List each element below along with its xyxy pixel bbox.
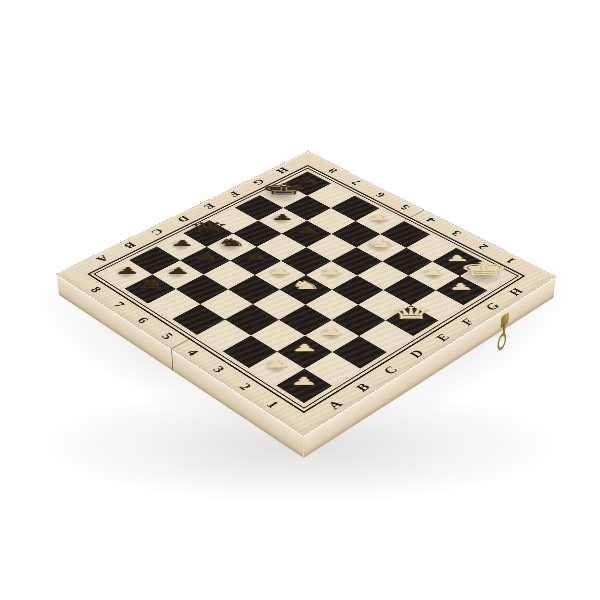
piece-glyph: ♞ bbox=[216, 237, 249, 248]
piece-glyph: ♟ bbox=[243, 253, 269, 262]
folding-chess-board: AABBCCDDEEFFGGHH1122334455667788 ♟♚♛♟♟♞♟… bbox=[57, 151, 556, 435]
piece-glyph: ♞ bbox=[365, 238, 398, 249]
brass-clasp-icon bbox=[495, 310, 512, 352]
piece-glyph: ♟ bbox=[367, 214, 392, 222]
clasp-ring bbox=[497, 331, 507, 353]
piece-glyph: ♟ bbox=[420, 268, 447, 277]
piece-glyph: ♚ bbox=[259, 181, 307, 196]
product-photo-stage: AABBCCDDEEFFGGHH1122334455667788 ♟♚♛♟♟♞♟… bbox=[0, 0, 600, 600]
scene: AABBCCDDEEFFGGHH1122334455667788 ♟♚♛♟♟♞♟… bbox=[0, 0, 600, 600]
chess-grid bbox=[101, 171, 511, 403]
piece-glyph: ♟ bbox=[165, 266, 192, 275]
fold-seam-face-notch bbox=[171, 349, 173, 372]
board-top-surface: AABBCCDDEEFFGGHH1122334455667788 ♟♚♛♟♟♞♟… bbox=[57, 151, 556, 435]
piece-glyph: ♟ bbox=[294, 226, 319, 234]
piece-glyph: ♛ bbox=[186, 220, 231, 234]
piece-glyph: ♟ bbox=[114, 266, 141, 275]
piece-glyph: ♟ bbox=[270, 213, 295, 221]
piece-glyph: ♟ bbox=[192, 253, 218, 262]
piece-glyph: ♟ bbox=[267, 267, 293, 276]
piece-glyph: ♚ bbox=[457, 260, 512, 278]
piece-glyph: ♟ bbox=[319, 267, 345, 276]
piece-glyph: ♟ bbox=[169, 239, 195, 248]
